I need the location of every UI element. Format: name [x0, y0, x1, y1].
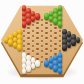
chinese-checkers-photo — [0, 0, 84, 84]
peg-red[interactable] — [22, 21, 27, 28]
peg-black[interactable] — [71, 39, 76, 46]
board-hole[interactable] — [45, 32, 47, 34]
board-hole[interactable] — [45, 37, 47, 39]
peg-black[interactable] — [67, 42, 72, 49]
board-hole[interactable] — [27, 37, 29, 39]
peg-red[interactable] — [31, 16, 36, 23]
board-hole[interactable] — [41, 30, 43, 32]
board-hole[interactable] — [27, 27, 29, 29]
board-hole[interactable] — [41, 56, 43, 58]
board-hole[interactable] — [59, 35, 61, 37]
board-hole[interactable] — [32, 30, 34, 32]
board-hole[interactable] — [41, 19, 43, 21]
pieces-layer — [0, 0, 84, 84]
board-hole[interactable] — [45, 27, 47, 29]
peg-white[interactable] — [35, 60, 40, 67]
board-hole[interactable] — [59, 45, 61, 47]
board-hole[interactable] — [45, 48, 47, 50]
board-hole[interactable] — [45, 22, 47, 24]
board-hole[interactable] — [36, 22, 38, 24]
board-hole[interactable] — [36, 43, 38, 45]
board-hole[interactable] — [54, 27, 56, 29]
board-hole[interactable] — [32, 40, 34, 42]
board-hole[interactable] — [50, 40, 52, 42]
peg-red[interactable] — [35, 13, 40, 20]
peg-white[interactable] — [26, 65, 31, 72]
board-hole[interactable] — [27, 32, 29, 34]
board-hole[interactable] — [41, 35, 43, 37]
board-hole[interactable] — [32, 45, 34, 47]
board-hole[interactable] — [23, 45, 25, 47]
board-hole[interactable] — [41, 40, 43, 42]
board-hole[interactable] — [50, 24, 52, 26]
board-hole[interactable] — [32, 24, 34, 26]
peg-white[interactable] — [31, 63, 36, 70]
board-hole[interactable] — [45, 43, 47, 45]
peg-black[interactable] — [62, 44, 67, 51]
peg-green[interactable] — [58, 21, 63, 28]
board-hole[interactable] — [59, 30, 61, 32]
board-hole[interactable] — [54, 32, 56, 34]
board-hole[interactable] — [54, 43, 56, 45]
board-hole[interactable] — [32, 50, 34, 52]
board-hole[interactable] — [36, 48, 38, 50]
board-hole[interactable] — [41, 50, 43, 52]
board-hole[interactable] — [36, 37, 38, 39]
peg-black[interactable] — [76, 37, 81, 44]
board-hole[interactable] — [23, 30, 25, 32]
peg-white[interactable] — [22, 68, 27, 75]
board-hole[interactable] — [50, 50, 52, 52]
peg-blue[interactable] — [58, 68, 63, 75]
board-hole[interactable] — [50, 45, 52, 47]
board-hole[interactable] — [36, 27, 38, 29]
peg-red[interactable] — [26, 18, 31, 25]
board-hole[interactable] — [23, 35, 25, 37]
board-hole[interactable] — [50, 35, 52, 37]
board-hole[interactable] — [54, 48, 56, 50]
board-hole[interactable] — [45, 53, 47, 55]
board-hole[interactable] — [59, 40, 61, 42]
board-hole[interactable] — [36, 53, 38, 55]
board-hole[interactable] — [50, 30, 52, 32]
board-hole[interactable] — [41, 24, 43, 26]
board-hole[interactable] — [36, 32, 38, 34]
board-hole[interactable] — [23, 40, 25, 42]
board-hole[interactable] — [54, 37, 56, 39]
board-hole[interactable] — [27, 48, 29, 50]
board-hole[interactable] — [41, 61, 43, 63]
board-hole[interactable] — [32, 35, 34, 37]
board-hole[interactable] — [41, 45, 43, 47]
peg-yellow[interactable] — [17, 44, 22, 51]
board-hole[interactable] — [27, 43, 29, 45]
